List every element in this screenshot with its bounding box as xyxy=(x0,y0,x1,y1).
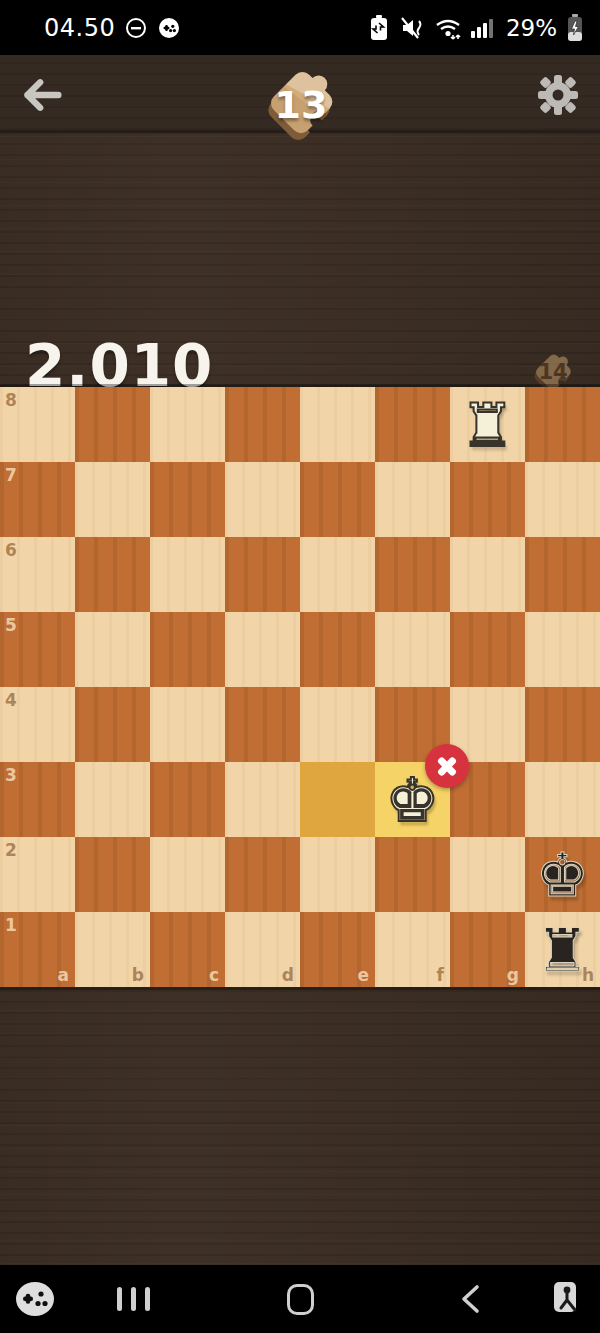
rank-label-6: 6 xyxy=(5,540,17,560)
square-b6[interactable] xyxy=(75,537,150,612)
wifi-icon xyxy=(434,15,462,41)
square-h2[interactable]: ♚ xyxy=(525,837,600,912)
file-label-d: d xyxy=(282,965,294,985)
square-e1[interactable]: e xyxy=(300,912,375,987)
clock-text: 04.50 xyxy=(44,14,115,42)
square-a2[interactable]: 2 xyxy=(0,837,75,912)
file-label-a: a xyxy=(58,965,69,985)
battery-charging-icon xyxy=(566,14,584,42)
square-c3[interactable] xyxy=(150,762,225,837)
chess-board[interactable]: 8♜76543♚2♚1abcdefgh♜ xyxy=(0,387,600,987)
rank-label-3: 3 xyxy=(5,765,17,785)
back-nav-icon[interactable] xyxy=(447,1265,493,1333)
square-a3[interactable]: 3 xyxy=(0,762,75,837)
square-h7[interactable] xyxy=(525,462,600,537)
puzzle-level-badge: 13 xyxy=(253,53,349,163)
home-icon[interactable] xyxy=(277,1265,323,1333)
square-d7[interactable] xyxy=(225,462,300,537)
file-label-c: c xyxy=(209,965,219,985)
square-g2[interactable] xyxy=(450,837,525,912)
mute-vibrate-icon xyxy=(399,15,425,41)
square-d1[interactable]: d xyxy=(225,912,300,987)
piece-black-rook-h1[interactable]: ♜ xyxy=(536,920,590,980)
square-h1[interactable]: h♜ xyxy=(525,912,600,987)
square-d4[interactable] xyxy=(225,687,300,762)
back-arrow-icon[interactable] xyxy=(20,75,64,115)
square-c2[interactable] xyxy=(150,837,225,912)
square-a7[interactable]: 7 xyxy=(0,462,75,537)
square-a6[interactable]: 6 xyxy=(0,537,75,612)
square-a1[interactable]: 1a xyxy=(0,912,75,987)
game-launcher-icon[interactable] xyxy=(12,1265,58,1333)
square-d2[interactable] xyxy=(225,837,300,912)
square-g7[interactable] xyxy=(450,462,525,537)
header: 13 xyxy=(0,55,600,133)
score-section: 2.010 14 60 xyxy=(0,136,600,387)
square-d5[interactable] xyxy=(225,612,300,687)
square-f1[interactable]: f xyxy=(375,912,450,987)
square-h3[interactable] xyxy=(525,762,600,837)
wrong-move-x-icon xyxy=(425,744,469,788)
signal-bars-icon xyxy=(471,16,497,40)
square-b2[interactable] xyxy=(75,837,150,912)
game-booster-icon xyxy=(157,16,181,40)
square-e2[interactable] xyxy=(300,837,375,912)
file-label-g: g xyxy=(507,965,519,985)
file-label-f: f xyxy=(437,965,444,985)
rank-label-7: 7 xyxy=(5,465,17,485)
square-d6[interactable] xyxy=(225,537,300,612)
battery-percent-text: 29% xyxy=(506,15,557,41)
gesture-hint-icon[interactable] xyxy=(544,1265,590,1333)
square-b8[interactable] xyxy=(75,387,150,462)
square-c1[interactable]: c xyxy=(150,912,225,987)
square-e7[interactable] xyxy=(300,462,375,537)
square-b5[interactable] xyxy=(75,612,150,687)
square-a8[interactable]: 8 xyxy=(0,387,75,462)
square-f3[interactable]: ♚ xyxy=(375,762,450,837)
rank-label-4: 4 xyxy=(5,690,17,710)
square-e3[interactable] xyxy=(300,762,375,837)
square-h5[interactable] xyxy=(525,612,600,687)
settings-gear-icon[interactable] xyxy=(536,73,580,117)
square-g6[interactable] xyxy=(450,537,525,612)
rank-label-8: 8 xyxy=(5,390,17,410)
square-g8[interactable]: ♜ xyxy=(450,387,525,462)
square-d3[interactable] xyxy=(225,762,300,837)
square-g1[interactable]: g xyxy=(450,912,525,987)
square-f5[interactable] xyxy=(375,612,450,687)
rank-label-2: 2 xyxy=(5,840,17,860)
square-c4[interactable] xyxy=(150,687,225,762)
square-d8[interactable] xyxy=(225,387,300,462)
rank-label-5: 5 xyxy=(5,615,17,635)
file-label-b: b xyxy=(132,965,144,985)
square-e8[interactable] xyxy=(300,387,375,462)
footer: ♟ 1644 Solution Retry Next xyxy=(0,987,600,1265)
square-c8[interactable] xyxy=(150,387,225,462)
piece-black-king-h2[interactable]: ♚ xyxy=(536,845,590,905)
square-b1[interactable]: b xyxy=(75,912,150,987)
square-g5[interactable] xyxy=(450,612,525,687)
square-b7[interactable] xyxy=(75,462,150,537)
square-f2[interactable] xyxy=(375,837,450,912)
square-a4[interactable]: 4 xyxy=(0,687,75,762)
square-b4[interactable] xyxy=(75,687,150,762)
square-e6[interactable] xyxy=(300,537,375,612)
square-h4[interactable] xyxy=(525,687,600,762)
square-e5[interactable] xyxy=(300,612,375,687)
power-saving-icon xyxy=(368,15,390,41)
do-not-disturb-icon xyxy=(124,16,148,40)
recents-icon[interactable] xyxy=(110,1265,156,1333)
square-b3[interactable] xyxy=(75,762,150,837)
square-h6[interactable] xyxy=(525,537,600,612)
square-h8[interactable] xyxy=(525,387,600,462)
square-e4[interactable] xyxy=(300,687,375,762)
next-level-number-text: 14 xyxy=(524,360,582,384)
status-bar: 04.50 29% xyxy=(0,0,600,55)
puzzle-number-text: 13 xyxy=(253,83,349,127)
square-f6[interactable] xyxy=(375,537,450,612)
square-c7[interactable] xyxy=(150,462,225,537)
android-nav-bar xyxy=(0,1265,600,1333)
square-c6[interactable] xyxy=(150,537,225,612)
square-c5[interactable] xyxy=(150,612,225,687)
rank-label-1: 1 xyxy=(5,915,17,935)
square-f7[interactable] xyxy=(375,462,450,537)
square-a5[interactable]: 5 xyxy=(0,612,75,687)
piece-white-rook-g8[interactable]: ♜ xyxy=(461,395,515,455)
file-label-e: e xyxy=(357,965,369,985)
square-f8[interactable] xyxy=(375,387,450,462)
